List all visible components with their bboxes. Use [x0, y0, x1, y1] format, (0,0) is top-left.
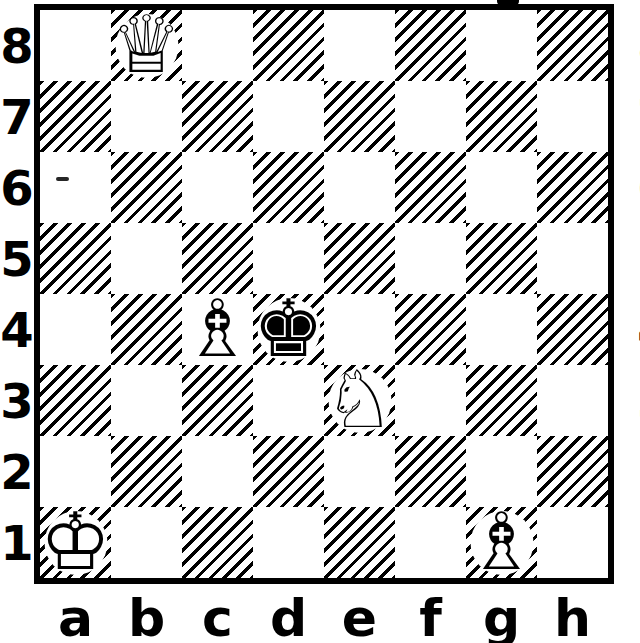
square-a1[interactable]: ♔: [40, 507, 111, 578]
square-e6[interactable]: [324, 152, 395, 223]
square-h2[interactable]: [537, 436, 608, 507]
square-g7[interactable]: [466, 81, 537, 152]
square-e1[interactable]: [324, 507, 395, 578]
square-e3[interactable]: ♘: [324, 365, 395, 436]
square-a6[interactable]: [40, 152, 111, 223]
square-g1[interactable]: ♗: [466, 507, 537, 578]
square-f1[interactable]: [395, 507, 466, 578]
white-king-a1: ♔: [40, 507, 111, 578]
cutoff-text-fragment: [497, 0, 519, 5]
square-a3[interactable]: [40, 365, 111, 436]
square-h8[interactable]: [537, 10, 608, 81]
rank-label-2: 2: [0, 436, 34, 507]
square-f5[interactable]: [395, 223, 466, 294]
rank-label-6: 6: [0, 152, 34, 223]
white-queen-b8: ♕: [111, 10, 182, 81]
square-f2[interactable]: [395, 436, 466, 507]
square-f8[interactable]: [395, 10, 466, 81]
square-d1[interactable]: [253, 507, 324, 578]
square-g3[interactable]: [466, 365, 537, 436]
square-h6[interactable]: [537, 152, 608, 223]
square-c4[interactable]: ♗: [182, 294, 253, 365]
square-b6[interactable]: [111, 152, 182, 223]
chess-diagram: ♕♗♚♘♔♗ 87654321 87654321 abcdefgh: [0, 0, 640, 643]
square-e8[interactable]: [324, 10, 395, 81]
file-label-a: a: [40, 588, 111, 643]
rank-label-1: 1: [0, 507, 34, 578]
square-g8[interactable]: [466, 10, 537, 81]
white-knight-e3: ♘: [324, 365, 395, 436]
square-b7[interactable]: [111, 81, 182, 152]
square-b1[interactable]: [111, 507, 182, 578]
square-d4[interactable]: ♚: [253, 294, 324, 365]
square-b8[interactable]: ♕: [111, 10, 182, 81]
square-f7[interactable]: [395, 81, 466, 152]
file-label-e: e: [324, 588, 395, 643]
square-b2[interactable]: [111, 436, 182, 507]
file-label-b: b: [111, 588, 182, 643]
square-h4[interactable]: [537, 294, 608, 365]
file-label-d: d: [253, 588, 324, 643]
square-f6[interactable]: [395, 152, 466, 223]
square-h5[interactable]: [537, 223, 608, 294]
square-c6[interactable]: [182, 152, 253, 223]
rank-label-8: 8: [0, 10, 34, 81]
square-c3[interactable]: [182, 365, 253, 436]
file-label-c: c: [182, 588, 253, 643]
square-f3[interactable]: [395, 365, 466, 436]
rank-label-4: 4: [0, 294, 34, 365]
rank-label-3: 3: [0, 365, 34, 436]
square-c1[interactable]: [182, 507, 253, 578]
square-h7[interactable]: [537, 81, 608, 152]
square-a5[interactable]: [40, 223, 111, 294]
rank-label-7: 7: [0, 81, 34, 152]
square-d8[interactable]: [253, 10, 324, 81]
square-f4[interactable]: [395, 294, 466, 365]
rank-labels-left: 87654321: [0, 10, 34, 578]
file-label-h: h: [537, 588, 608, 643]
square-h3[interactable]: [537, 365, 608, 436]
square-g5[interactable]: [466, 223, 537, 294]
square-e7[interactable]: [324, 81, 395, 152]
square-b4[interactable]: [111, 294, 182, 365]
square-d7[interactable]: [253, 81, 324, 152]
square-g4[interactable]: [466, 294, 537, 365]
square-b5[interactable]: [111, 223, 182, 294]
chess-board: ♕♗♚♘♔♗: [34, 4, 614, 584]
square-b3[interactable]: [111, 365, 182, 436]
square-a4[interactable]: [40, 294, 111, 365]
black-king-d4: ♚: [253, 294, 324, 365]
square-d3[interactable]: [253, 365, 324, 436]
square-c2[interactable]: [182, 436, 253, 507]
stray-ink-mark: [56, 177, 69, 181]
square-c8[interactable]: [182, 10, 253, 81]
square-h1[interactable]: [537, 507, 608, 578]
square-d6[interactable]: [253, 152, 324, 223]
square-c7[interactable]: [182, 81, 253, 152]
white-bishop-g1: ♗: [466, 507, 537, 578]
square-e5[interactable]: [324, 223, 395, 294]
white-bishop-c4: ♗: [182, 294, 253, 365]
square-e2[interactable]: [324, 436, 395, 507]
rank-label-5: 5: [0, 223, 34, 294]
square-a8[interactable]: [40, 10, 111, 81]
file-labels-bottom: abcdefgh: [40, 588, 608, 643]
file-label-f: f: [395, 588, 466, 643]
square-a7[interactable]: [40, 81, 111, 152]
square-g6[interactable]: [466, 152, 537, 223]
square-d2[interactable]: [253, 436, 324, 507]
file-label-g: g: [466, 588, 537, 643]
